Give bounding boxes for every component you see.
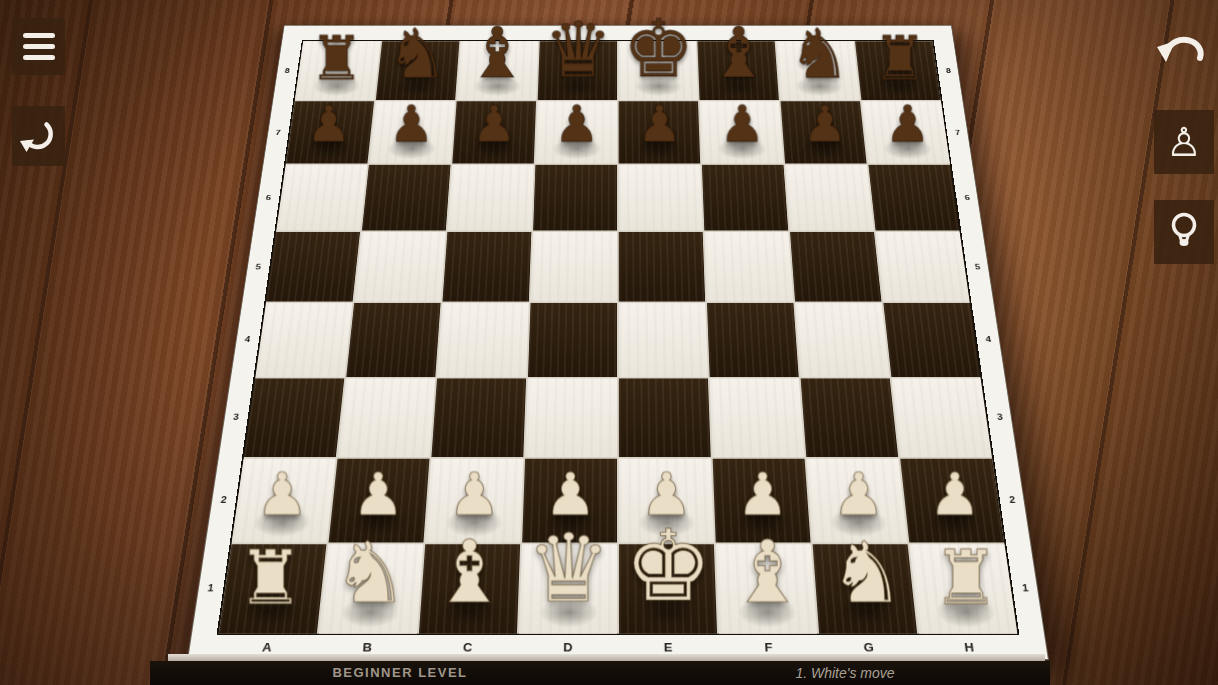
black-pawn[interactable]: ♟ [884,101,930,149]
board-square[interactable] [704,232,793,302]
rank-label: 4 [974,302,1003,377]
board-square[interactable] [619,165,703,231]
board-square[interactable] [255,303,352,377]
board-square[interactable]: ♟ [781,101,867,163]
board-square[interactable] [338,378,436,457]
black-rook[interactable]: ♜ [872,29,926,87]
board-square[interactable]: ♞ [319,544,423,633]
board-square[interactable] [244,378,344,457]
black-king[interactable]: ♚ [622,11,693,87]
board-square[interactable] [876,232,970,302]
board-square[interactable] [346,303,440,377]
board-square[interactable] [801,378,899,457]
undo-arrow-icon [1154,20,1208,70]
board-square[interactable]: ♝ [457,41,538,100]
black-pawn[interactable]: ♟ [802,101,848,149]
white-pawn[interactable]: ♟ [832,467,885,523]
board-square[interactable]: ♛ [519,544,617,633]
board-square[interactable] [785,165,874,231]
status-bar: BEGINNER LEVEL 1. White's move [150,661,1050,685]
board-square[interactable]: ♝ [716,544,817,633]
board-square[interactable] [702,165,788,231]
hamburger-icon [23,33,55,38]
restart-button[interactable] [12,106,65,166]
level-label: BEGINNER LEVEL [250,661,550,685]
board-square[interactable] [533,165,617,231]
board-square[interactable]: ♟ [369,101,455,163]
hint-button[interactable] [1154,200,1214,264]
board-square[interactable]: ♟ [862,101,950,163]
board-square[interactable] [790,232,881,302]
chess-board: ♜♞♝♛♚♝♞♜♟♟♟♟♟♟♟♟♟♟♟♟♟♟♟♟♜♞♝♛♚♝♞♜ ABCDEFG… [187,25,1049,660]
white-rook[interactable]: ♜ [932,542,999,613]
white-pawn[interactable]: ♟ [255,467,308,523]
board-square[interactable] [619,303,708,377]
black-pawn[interactable]: ♟ [554,101,600,149]
board-square[interactable]: ♞ [776,41,860,100]
board-square[interactable]: ♟ [232,459,336,543]
white-bishop[interactable]: ♝ [430,531,508,613]
board-square[interactable] [525,378,617,457]
board-square[interactable]: ♟ [700,101,784,163]
board-square[interactable] [362,165,451,231]
board-square[interactable]: ♟ [286,101,374,163]
board-square[interactable] [437,303,529,377]
board-square[interactable]: ♟ [452,101,536,163]
black-pawn[interactable]: ♟ [719,101,765,149]
black-pawn[interactable]: ♟ [636,101,682,149]
board-scene: ♜♞♝♛♚♝♞♜♟♟♟♟♟♟♟♟♟♟♟♟♟♟♟♟♜♞♝♛♚♝♞♜ ABCDEFG… [0,0,1218,685]
board-square[interactable] [266,232,360,302]
white-pawn[interactable]: ♟ [736,467,789,523]
rank-label: 4 [233,302,262,377]
black-bishop[interactable]: ♝ [466,20,529,87]
board-square[interactable] [707,303,799,377]
board-square[interactable] [442,232,531,302]
pawn-icon: ♙ [1166,122,1202,162]
board-square[interactable]: ♜ [295,41,381,100]
board-square[interactable]: ♜ [219,544,327,633]
player-mode-button[interactable]: ♙ [1154,110,1214,174]
board-square[interactable]: ♛ [538,41,617,100]
board-square[interactable] [447,165,533,231]
black-pawn[interactable]: ♟ [388,101,434,149]
board-square[interactable] [354,232,445,302]
board-square[interactable]: ♚ [619,41,698,100]
board-square[interactable] [795,303,889,377]
move-indicator: 1. White's move [695,661,995,685]
lightbulb-icon [1164,210,1204,254]
board-square[interactable]: ♜ [909,544,1017,633]
white-pawn[interactable]: ♟ [351,467,404,523]
white-rook[interactable]: ♜ [237,542,304,613]
board-square[interactable] [528,303,617,377]
board-square[interactable] [619,232,705,302]
white-knight[interactable]: ♞ [828,533,904,613]
black-knight[interactable]: ♞ [788,22,849,87]
board-square[interactable]: ♟ [535,101,617,163]
white-pawn[interactable]: ♟ [447,467,500,523]
board-square[interactable]: ♚ [619,544,717,633]
rotate-ccw-icon [19,116,59,156]
black-rook[interactable]: ♜ [309,29,363,87]
board-square[interactable] [619,378,711,457]
black-pawn[interactable]: ♟ [306,101,352,149]
board-square[interactable] [892,378,992,457]
board-square[interactable]: ♞ [376,41,460,100]
white-pawn[interactable]: ♟ [928,467,981,523]
board-square[interactable] [276,165,367,231]
board-square[interactable] [710,378,805,457]
black-queen[interactable]: ♛ [543,14,612,87]
board-grid: ♜♞♝♛♚♝♞♜♟♟♟♟♟♟♟♟♟♟♟♟♟♟♟♟♜♞♝♛♚♝♞♜ [217,40,1020,635]
black-pawn[interactable]: ♟ [471,101,517,149]
white-bishop[interactable]: ♝ [728,531,806,613]
board-square[interactable]: ♟ [900,459,1004,543]
menu-button[interactable] [12,18,65,75]
black-bishop[interactable]: ♝ [707,20,770,87]
board-square[interactable] [431,378,526,457]
board-square[interactable] [883,303,980,377]
undo-button[interactable] [1152,18,1210,72]
board-square[interactable]: ♝ [697,41,778,100]
board-square[interactable] [531,232,617,302]
black-knight[interactable]: ♞ [386,22,447,87]
board-square[interactable]: ♞ [813,544,918,633]
white-knight[interactable]: ♞ [332,533,408,613]
board-square[interactable] [868,165,959,231]
board-square[interactable]: ♝ [419,544,520,633]
board-square[interactable]: ♟ [619,101,701,163]
white-king[interactable]: ♚ [624,520,712,613]
board-square[interactable]: ♜ [855,41,941,100]
white-queen[interactable]: ♛ [526,524,611,614]
